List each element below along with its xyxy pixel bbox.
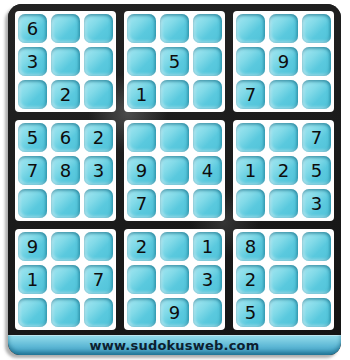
cell-r8c1[interactable]: 1: [18, 265, 47, 294]
cell-r3c4[interactable]: 1: [127, 80, 156, 109]
cell-r9c3[interactable]: [84, 298, 113, 327]
cell-r3c6[interactable]: [193, 80, 222, 109]
cell-r1c4[interactable]: [127, 14, 156, 43]
cell-r9c4[interactable]: [127, 298, 156, 327]
cell-r8c7[interactable]: 2: [236, 265, 265, 294]
cell-r1c7[interactable]: [236, 14, 265, 43]
box-1-1: 632: [15, 11, 116, 112]
cell-r5c5[interactable]: [160, 156, 189, 185]
cell-r1c3[interactable]: [84, 14, 113, 43]
cell-r6c7[interactable]: [236, 189, 265, 218]
cell-r5c7[interactable]: 1: [236, 156, 265, 185]
cell-r6c2[interactable]: [51, 189, 80, 218]
footer-bar: www.sudokusweb.com: [8, 335, 341, 355]
cell-r2c4[interactable]: [127, 47, 156, 76]
cell-r7c1[interactable]: 9: [18, 232, 47, 261]
cell-r5c2[interactable]: 8: [51, 156, 80, 185]
cell-r2c8[interactable]: 9: [269, 47, 298, 76]
cell-r1c8[interactable]: [269, 14, 298, 43]
cell-r9c7[interactable]: 5: [236, 298, 265, 327]
cell-r5c4[interactable]: 9: [127, 156, 156, 185]
cell-r6c6[interactable]: [193, 189, 222, 218]
cell-r7c9[interactable]: [302, 232, 331, 261]
box-1-3: 97: [233, 11, 334, 112]
cell-r5c9[interactable]: 5: [302, 156, 331, 185]
cell-r5c1[interactable]: 7: [18, 156, 47, 185]
box-3-1: 917: [15, 229, 116, 330]
cell-r6c4[interactable]: 7: [127, 189, 156, 218]
cell-r5c3[interactable]: 3: [84, 156, 113, 185]
cell-r4c1[interactable]: 5: [18, 123, 47, 152]
cell-r1c2[interactable]: [51, 14, 80, 43]
cell-r1c6[interactable]: [193, 14, 222, 43]
cell-r9c1[interactable]: [18, 298, 47, 327]
cell-r9c6[interactable]: [193, 298, 222, 327]
cell-r8c6[interactable]: 3: [193, 265, 222, 294]
cell-r8c2[interactable]: [51, 265, 80, 294]
cell-r6c1[interactable]: [18, 189, 47, 218]
cell-r8c4[interactable]: [127, 265, 156, 294]
cell-r2c7[interactable]: [236, 47, 265, 76]
cell-r1c5[interactable]: [160, 14, 189, 43]
cell-r6c3[interactable]: [84, 189, 113, 218]
cell-r3c5[interactable]: [160, 80, 189, 109]
cell-r6c5[interactable]: [160, 189, 189, 218]
sudoku-widget: 6325197562783947712539172139825 www.sudo…: [8, 4, 341, 355]
cell-r7c4[interactable]: 2: [127, 232, 156, 261]
cell-r6c9[interactable]: 3: [302, 189, 331, 218]
cell-r2c6[interactable]: [193, 47, 222, 76]
box-3-3: 825: [233, 229, 334, 330]
cell-r7c3[interactable]: [84, 232, 113, 261]
cell-r4c8[interactable]: [269, 123, 298, 152]
cell-r8c3[interactable]: 7: [84, 265, 113, 294]
cell-r9c8[interactable]: [269, 298, 298, 327]
cell-r5c8[interactable]: 2: [269, 156, 298, 185]
cell-r5c6[interactable]: 4: [193, 156, 222, 185]
cell-r2c9[interactable]: [302, 47, 331, 76]
cell-r1c1[interactable]: 6: [18, 14, 47, 43]
box-2-2: 947: [124, 120, 225, 221]
cell-r7c7[interactable]: 8: [236, 232, 265, 261]
cell-r6c8[interactable]: [269, 189, 298, 218]
cell-r4c9[interactable]: 7: [302, 123, 331, 152]
sudoku-board: 6325197562783947712539172139825: [8, 4, 341, 335]
cell-r4c7[interactable]: [236, 123, 265, 152]
cell-r4c5[interactable]: [160, 123, 189, 152]
cell-r7c5[interactable]: [160, 232, 189, 261]
cell-r4c6[interactable]: [193, 123, 222, 152]
cell-r9c5[interactable]: 9: [160, 298, 189, 327]
cell-r3c7[interactable]: 7: [236, 80, 265, 109]
cell-r2c2[interactable]: [51, 47, 80, 76]
cell-r3c9[interactable]: [302, 80, 331, 109]
cell-r9c2[interactable]: [51, 298, 80, 327]
cell-r3c3[interactable]: [84, 80, 113, 109]
box-1-2: 51: [124, 11, 225, 112]
cell-r3c1[interactable]: [18, 80, 47, 109]
site-url: www.sudokusweb.com: [90, 338, 260, 353]
cell-r2c5[interactable]: 5: [160, 47, 189, 76]
cell-r8c5[interactable]: [160, 265, 189, 294]
box-2-1: 562783: [15, 120, 116, 221]
cell-r7c8[interactable]: [269, 232, 298, 261]
cell-r8c8[interactable]: [269, 265, 298, 294]
cell-r8c9[interactable]: [302, 265, 331, 294]
cell-r1c9[interactable]: [302, 14, 331, 43]
cell-r4c4[interactable]: [127, 123, 156, 152]
box-2-3: 71253: [233, 120, 334, 221]
cell-r9c9[interactable]: [302, 298, 331, 327]
cell-r2c3[interactable]: [84, 47, 113, 76]
cell-r3c2[interactable]: 2: [51, 80, 80, 109]
box-3-2: 2139: [124, 229, 225, 330]
cell-r2c1[interactable]: 3: [18, 47, 47, 76]
cell-r7c2[interactable]: [51, 232, 80, 261]
cell-r4c2[interactable]: 6: [51, 123, 80, 152]
cell-r4c3[interactable]: 2: [84, 123, 113, 152]
cell-r7c6[interactable]: 1: [193, 232, 222, 261]
cell-r3c8[interactable]: [269, 80, 298, 109]
